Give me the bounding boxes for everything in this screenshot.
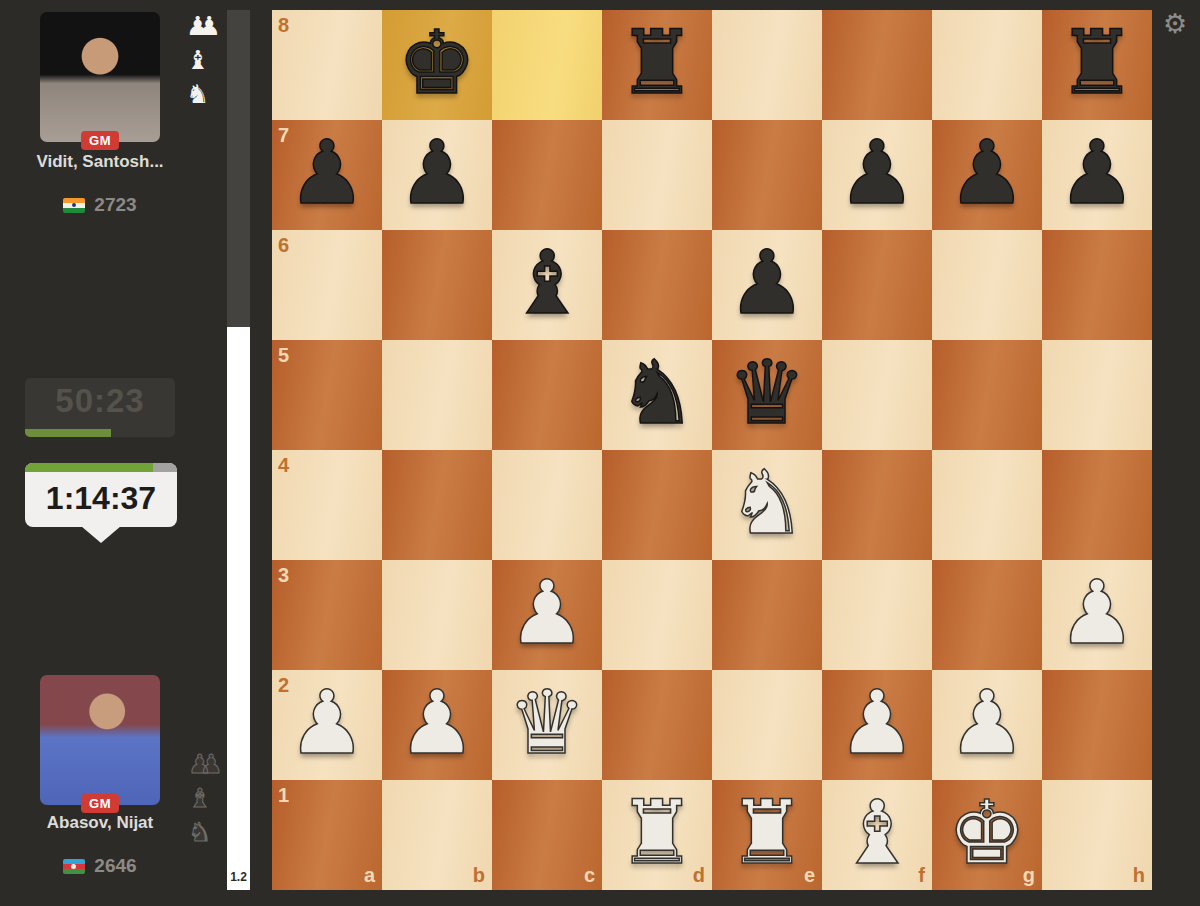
square-f8[interactable]	[822, 10, 932, 120]
square-d3[interactable]	[602, 560, 712, 670]
square-e3[interactable]	[712, 560, 822, 670]
square-c1[interactable]: c	[492, 780, 602, 890]
captured-pieces-bottom: ♟♟♝♞	[188, 750, 228, 847]
file-label-h: h	[1133, 864, 1145, 887]
black-king-b8: ♚	[382, 10, 492, 120]
rank-label-3: 3	[278, 564, 289, 587]
square-g7[interactable]: ♟	[932, 120, 1042, 230]
player-bottom-title-badge: GM	[81, 794, 119, 813]
square-h2[interactable]	[1042, 670, 1152, 780]
player-top-rating: 2723	[94, 194, 136, 216]
square-h3[interactable]: ♟	[1042, 560, 1152, 670]
square-a3[interactable]: 3	[272, 560, 382, 670]
player-bottom-name: Abasov, Nijat	[0, 813, 200, 833]
square-d4[interactable]	[602, 450, 712, 560]
square-d2[interactable]	[602, 670, 712, 780]
player-top-clock-time: 50:23	[25, 382, 175, 420]
square-b3[interactable]	[382, 560, 492, 670]
square-c2[interactable]: ♛	[492, 670, 602, 780]
square-g2[interactable]: ♟	[932, 670, 1042, 780]
square-h7[interactable]: ♟	[1042, 120, 1152, 230]
player-bottom-clock: 1:14:37	[25, 463, 177, 527]
square-h6[interactable]	[1042, 230, 1152, 340]
eval-value: 1.2	[227, 870, 250, 884]
square-c4[interactable]	[492, 450, 602, 560]
active-clock-pointer	[81, 526, 121, 543]
square-d1[interactable]: d♜	[602, 780, 712, 890]
square-h5[interactable]	[1042, 340, 1152, 450]
captured-knight-icon: ♞	[188, 818, 211, 847]
white-knight-e4: ♞	[712, 450, 822, 560]
square-d6[interactable]	[602, 230, 712, 340]
square-f3[interactable]	[822, 560, 932, 670]
square-c8[interactable]	[492, 10, 602, 120]
captured-pawns-icon: ♟♟	[186, 12, 221, 41]
white-king-g1: ♚	[932, 780, 1042, 890]
black-queen-e5: ♛	[712, 340, 822, 450]
square-a7[interactable]: 7♟	[272, 120, 382, 230]
player-bottom-rating: 2646	[94, 855, 136, 877]
eval-bar: 1.2	[227, 10, 250, 890]
square-g4[interactable]	[932, 450, 1042, 560]
chess-broadcast-app: GM Vidit, Santosh... 2723 ♟♟♝♞ 50:23 1:1…	[0, 0, 1200, 906]
square-a8[interactable]: 8	[272, 10, 382, 120]
square-c6[interactable]: ♝	[492, 230, 602, 340]
rank-label-1: 1	[278, 784, 289, 807]
azerbaijan-flag-icon	[63, 859, 85, 874]
player-top-clock-progress	[25, 429, 175, 437]
black-pawn-g7: ♟	[932, 120, 1042, 230]
player-top-avatar: GM	[40, 12, 160, 142]
player-top-photo	[40, 12, 160, 142]
settings-gear-icon[interactable]: ⚙	[1159, 8, 1191, 40]
square-c3[interactable]: ♟	[492, 560, 602, 670]
black-rook-d8: ♜	[602, 10, 712, 120]
india-flag-icon	[63, 198, 85, 213]
square-c7[interactable]	[492, 120, 602, 230]
square-b8[interactable]: ♚	[382, 10, 492, 120]
sidebar: GM Vidit, Santosh... 2723 ♟♟♝♞ 50:23 1:1…	[0, 0, 227, 906]
captured-bishop-icon: ♝	[188, 784, 211, 813]
white-pawn-c3: ♟	[492, 560, 602, 670]
black-knight-d5: ♞	[602, 340, 712, 450]
square-h8[interactable]: ♜	[1042, 10, 1152, 120]
black-rook-h8: ♜	[1042, 10, 1152, 120]
white-pawn-a2: ♟	[272, 670, 382, 780]
square-e2[interactable]	[712, 670, 822, 780]
black-bishop-c6: ♝	[492, 230, 602, 340]
square-b2[interactable]: ♟	[382, 670, 492, 780]
captured-pieces-top: ♟♟♝♞	[186, 12, 226, 109]
square-d5[interactable]: ♞	[602, 340, 712, 450]
player-bottom-clock-progress	[25, 463, 177, 472]
square-e5[interactable]: ♛	[712, 340, 822, 450]
square-e4[interactable]: ♞	[712, 450, 822, 560]
player-bottom-rating-row: 2646	[0, 855, 200, 877]
square-f4[interactable]	[822, 450, 932, 560]
square-e1[interactable]: e♜	[712, 780, 822, 890]
square-b4[interactable]	[382, 450, 492, 560]
square-e6[interactable]: ♟	[712, 230, 822, 340]
white-rook-e1: ♜	[712, 780, 822, 890]
white-pawn-g2: ♟	[932, 670, 1042, 780]
square-d7[interactable]	[602, 120, 712, 230]
player-top-clock: 50:23	[25, 378, 175, 437]
square-h4[interactable]	[1042, 450, 1152, 560]
rank-label-5: 5	[278, 344, 289, 367]
player-top-title-badge: GM	[81, 131, 119, 150]
eval-bar-white-portion	[227, 327, 250, 890]
chess-board[interactable]: 8♚♜♜7♟♟♟♟♟6♝♟5♞♛4♞3♟♟2♟♟♛♟♟1abcd♜e♜f♝g♚h	[272, 10, 1152, 890]
player-top-rating-row: 2723	[0, 194, 200, 216]
square-c5[interactable]	[492, 340, 602, 450]
rank-label-8: 8	[278, 14, 289, 37]
square-g1[interactable]: g♚	[932, 780, 1042, 890]
white-rook-d1: ♜	[602, 780, 712, 890]
rank-label-4: 4	[278, 454, 289, 477]
white-bishop-f1: ♝	[822, 780, 932, 890]
square-a1[interactable]: 1a	[272, 780, 382, 890]
square-b7[interactable]: ♟	[382, 120, 492, 230]
square-f1[interactable]: f♝	[822, 780, 932, 890]
black-pawn-a7: ♟	[272, 120, 382, 230]
file-label-c: c	[584, 864, 595, 887]
square-b5[interactable]	[382, 340, 492, 450]
square-g6[interactable]	[932, 230, 1042, 340]
square-a2[interactable]: 2♟	[272, 670, 382, 780]
white-queen-c2: ♛	[492, 670, 602, 780]
player-top-name: Vidit, Santosh...	[0, 152, 200, 172]
square-f2[interactable]: ♟	[822, 670, 932, 780]
square-e7[interactable]	[712, 120, 822, 230]
black-pawn-b7: ♟	[382, 120, 492, 230]
square-f6[interactable]	[822, 230, 932, 340]
square-a5[interactable]: 5	[272, 340, 382, 450]
player-bottom-photo	[40, 675, 160, 805]
white-pawn-h3: ♟	[1042, 560, 1152, 670]
square-h1[interactable]: h	[1042, 780, 1152, 890]
captured-bishop-icon: ♝	[186, 46, 209, 75]
player-bottom-clock-time: 1:14:37	[25, 480, 177, 517]
black-pawn-e6: ♟	[712, 230, 822, 340]
square-b6[interactable]	[382, 230, 492, 340]
square-f7[interactable]: ♟	[822, 120, 932, 230]
white-pawn-b2: ♟	[382, 670, 492, 780]
square-g5[interactable]	[932, 340, 1042, 450]
square-g8[interactable]	[932, 10, 1042, 120]
black-pawn-f7: ♟	[822, 120, 932, 230]
rank-label-6: 6	[278, 234, 289, 257]
player-bottom-avatar: GM	[40, 675, 160, 805]
white-pawn-f2: ♟	[822, 670, 932, 780]
square-g3[interactable]	[932, 560, 1042, 670]
file-label-b: b	[473, 864, 485, 887]
captured-pawns-icon: ♟♟	[188, 750, 223, 779]
file-label-a: a	[364, 864, 375, 887]
square-a4[interactable]: 4	[272, 450, 382, 560]
square-b1[interactable]: b	[382, 780, 492, 890]
captured-knight-icon: ♞	[186, 80, 209, 109]
square-e8[interactable]	[712, 10, 822, 120]
black-pawn-h7: ♟	[1042, 120, 1152, 230]
square-a6[interactable]: 6	[272, 230, 382, 340]
square-d8[interactable]: ♜	[602, 10, 712, 120]
square-f5[interactable]	[822, 340, 932, 450]
